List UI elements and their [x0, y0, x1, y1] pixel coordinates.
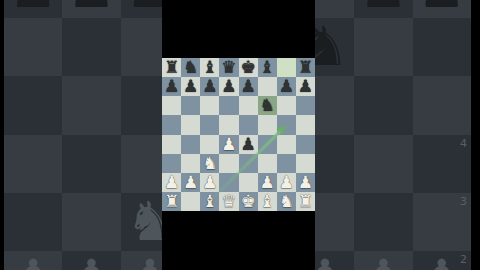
black-bishop[interactable]: ♝ — [202, 59, 217, 76]
square-a7[interactable]: ♟ — [162, 77, 181, 96]
square-g5-bg — [354, 76, 412, 134]
square-b7[interactable]: ♟ — [181, 77, 200, 96]
white-pawn[interactable]: ♟ — [298, 174, 313, 191]
bg-rank-label-3: 3 — [460, 195, 467, 208]
black-pawn[interactable]: ♟ — [240, 136, 255, 153]
square-a6-bg — [4, 18, 62, 76]
square-d7[interactable]: ♟ — [219, 77, 238, 96]
white-knight[interactable]: ♞ — [202, 155, 217, 172]
square-c7[interactable]: ♟ — [200, 77, 219, 96]
square-a8[interactable]: ♜ — [162, 58, 181, 77]
white-rook[interactable]: ♜ — [164, 193, 179, 210]
square-f7[interactable] — [258, 77, 277, 96]
white-pawn-bg: ♟ — [67, 253, 115, 270]
square-d6[interactable] — [219, 96, 238, 115]
square-f1[interactable]: ♝ — [258, 192, 277, 211]
black-pawn[interactable]: ♟ — [202, 78, 217, 95]
square-f5[interactable] — [258, 115, 277, 134]
black-knight[interactable]: ♞ — [183, 59, 198, 76]
square-b6[interactable] — [181, 96, 200, 115]
square-c8[interactable]: ♝ — [200, 58, 219, 77]
black-bishop[interactable]: ♝ — [260, 59, 275, 76]
square-h4[interactable] — [296, 135, 315, 154]
square-a1[interactable]: ♜ — [162, 192, 181, 211]
square-b5-bg — [62, 76, 120, 134]
black-knight[interactable]: ♞ — [260, 97, 275, 114]
square-a4-bg — [4, 135, 62, 193]
square-g3[interactable] — [277, 154, 296, 173]
square-h2-bg: ♟2 — [413, 251, 471, 270]
square-c1[interactable]: ♝ — [200, 192, 219, 211]
white-pawn[interactable]: ♟ — [202, 174, 217, 191]
square-d8[interactable]: ♛ — [219, 58, 238, 77]
square-b6-bg — [62, 18, 120, 76]
square-b4[interactable] — [181, 135, 200, 154]
black-rook[interactable]: ♜ — [164, 59, 179, 76]
square-b8[interactable]: ♞ — [181, 58, 200, 77]
square-h8[interactable]: ♜ — [296, 58, 315, 77]
black-king[interactable]: ♚ — [240, 59, 255, 76]
square-g7[interactable]: ♟ — [277, 77, 296, 96]
square-d4[interactable]: ♟ — [219, 135, 238, 154]
black-pawn[interactable]: ♟ — [298, 78, 313, 95]
square-b2[interactable]: ♟ — [181, 173, 200, 192]
chessboard-wrap: ♜♞♝♛♚♝♜♟♟♟♟♟♟♟♞♟♟♞♟♟♟♟♟♟♜♝♛♚♝♞♜ — [162, 58, 315, 211]
square-h3[interactable] — [296, 154, 315, 173]
white-pawn[interactable]: ♟ — [221, 136, 236, 153]
square-g2[interactable]: ♟ — [277, 173, 296, 192]
white-bishop[interactable]: ♝ — [202, 193, 217, 210]
square-e6[interactable] — [239, 96, 258, 115]
square-a3[interactable] — [162, 154, 181, 173]
square-a5-bg — [4, 76, 62, 134]
letterbox-bottom — [162, 211, 315, 270]
square-g4[interactable] — [277, 135, 296, 154]
square-c6[interactable] — [200, 96, 219, 115]
black-pawn[interactable]: ♟ — [164, 78, 179, 95]
square-c5[interactable] — [200, 115, 219, 134]
white-bishop[interactable]: ♝ — [260, 193, 275, 210]
square-a7-bg: ♟ — [4, 0, 62, 18]
square-c4[interactable] — [200, 135, 219, 154]
white-pawn[interactable]: ♟ — [164, 174, 179, 191]
square-e7[interactable]: ♟ — [239, 77, 258, 96]
square-a6[interactable] — [162, 96, 181, 115]
square-e2[interactable] — [239, 173, 258, 192]
square-a5[interactable] — [162, 115, 181, 134]
black-pawn[interactable]: ♟ — [183, 78, 198, 95]
black-pawn[interactable]: ♟ — [221, 78, 236, 95]
black-rook[interactable]: ♜ — [298, 59, 313, 76]
white-pawn[interactable]: ♟ — [260, 174, 275, 191]
square-b5[interactable] — [181, 115, 200, 134]
square-h2[interactable]: ♟ — [296, 173, 315, 192]
square-e3[interactable] — [239, 154, 258, 173]
square-f3[interactable] — [258, 154, 277, 173]
square-g7-bg: ♟ — [354, 0, 412, 18]
white-pawn-bg: ♟ — [359, 253, 407, 270]
square-d1[interactable]: ♛ — [219, 192, 238, 211]
white-pawn[interactable]: ♟ — [279, 174, 294, 191]
square-g8[interactable] — [277, 58, 296, 77]
white-king[interactable]: ♚ — [240, 193, 255, 210]
square-f6[interactable]: ♞ — [258, 96, 277, 115]
black-pawn-bg: ♟ — [359, 0, 407, 16]
square-g6-bg — [354, 18, 412, 76]
square-d5[interactable] — [219, 115, 238, 134]
square-h6[interactable] — [296, 96, 315, 115]
white-pawn-bg: ♟ — [418, 253, 466, 270]
square-b1[interactable] — [181, 192, 200, 211]
square-e4[interactable]: ♟ — [239, 135, 258, 154]
white-rook[interactable]: ♜ — [298, 193, 313, 210]
white-knight[interactable]: ♞ — [279, 193, 294, 210]
square-d3[interactable] — [219, 154, 238, 173]
square-g6[interactable] — [277, 96, 296, 115]
square-a3-bg — [4, 193, 62, 251]
square-g5[interactable] — [277, 115, 296, 134]
square-h5[interactable] — [296, 115, 315, 134]
white-pawn-bg: ♟ — [9, 253, 57, 270]
square-b3[interactable] — [181, 154, 200, 173]
square-c2[interactable]: ♟ — [200, 173, 219, 192]
square-h5-bg — [413, 76, 471, 134]
square-g3-bg — [354, 193, 412, 251]
square-f8[interactable]: ♝ — [258, 58, 277, 77]
black-pawn[interactable]: ♟ — [240, 78, 255, 95]
square-b4-bg — [62, 135, 120, 193]
square-a2[interactable]: ♟ — [162, 173, 181, 192]
black-pawn-bg: ♟ — [418, 0, 466, 16]
black-pawn[interactable]: ♟ — [279, 78, 294, 95]
square-b7-bg: ♟ — [62, 0, 120, 18]
square-e8[interactable]: ♚ — [239, 58, 258, 77]
square-a2-bg: ♟ — [4, 251, 62, 270]
square-h7-bg: ♟ — [413, 0, 471, 18]
square-e1[interactable]: ♚ — [239, 192, 258, 211]
square-g4-bg — [354, 135, 412, 193]
video-content-column: ♜♞♝♛♚♝♜♟♟♟♟♟♟♟♞♟♟♞♟♟♟♟♟♟♜♝♛♚♝♞♜ — [162, 0, 315, 270]
white-queen[interactable]: ♛ — [221, 193, 236, 210]
square-b2-bg: ♟ — [62, 251, 120, 270]
white-pawn[interactable]: ♟ — [183, 174, 198, 191]
square-h1[interactable]: ♜ — [296, 192, 315, 211]
square-h3-bg: 3 — [413, 193, 471, 251]
square-f4[interactable] — [258, 135, 277, 154]
black-pawn-bg: ♟ — [67, 0, 115, 16]
square-g2-bg: ♟ — [354, 251, 412, 270]
black-queen[interactable]: ♛ — [221, 59, 236, 76]
black-pawn-bg: ♟ — [9, 0, 57, 16]
square-c3[interactable]: ♞ — [200, 154, 219, 173]
square-h4-bg: 4 — [413, 135, 471, 193]
square-a4[interactable] — [162, 135, 181, 154]
bg-rank-label-4: 4 — [460, 137, 467, 150]
letterbox-top — [162, 0, 315, 58]
square-h7[interactable]: ♟ — [296, 77, 315, 96]
square-h6-bg — [413, 18, 471, 76]
chessboard: ♜♞♝♛♚♝♜♟♟♟♟♟♟♟♞♟♟♞♟♟♟♟♟♟♜♝♛♚♝♞♜ — [162, 58, 315, 211]
square-e5[interactable] — [239, 115, 258, 134]
bg-rank-label-2: 2 — [460, 253, 467, 266]
video-frame: ♜♞♝♛♚♝♜♟♟♟♟♟♟♟♞♟♟4♞3♟♟♟♟♟♟2♜♝♛♚♝♞♜ ♜♞♝♛♚… — [0, 0, 480, 270]
square-d2[interactable] — [219, 173, 238, 192]
square-g1[interactable]: ♞ — [277, 192, 296, 211]
square-b3-bg — [62, 193, 120, 251]
square-f2[interactable]: ♟ — [258, 173, 277, 192]
